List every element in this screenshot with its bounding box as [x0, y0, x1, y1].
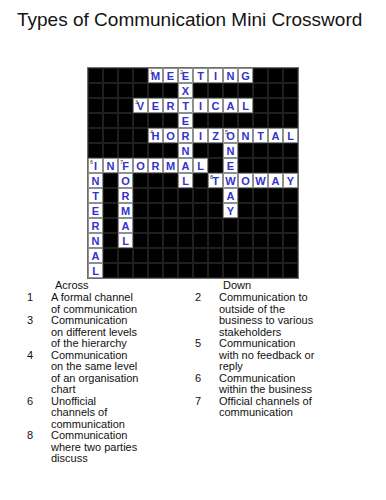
clue-list-number: 8: [27, 430, 51, 442]
cell-r8c5: [163, 188, 178, 203]
cell-r12c9: [223, 248, 238, 263]
cell-r3c7: [193, 113, 208, 128]
cell-r0c11: [253, 68, 268, 83]
cell-r2c4[interactable]: E: [148, 98, 163, 113]
across-clue-3: 3Communication on different levels of th…: [27, 315, 189, 350]
cell-r11c9: [223, 233, 238, 248]
cell-r0c12: [268, 68, 283, 83]
cell-r1c11: [253, 83, 268, 98]
cell-letter: A: [227, 100, 235, 113]
cell-letter: E: [167, 70, 174, 83]
cell-r4c0: [88, 128, 103, 143]
cell-r7c6[interactable]: L: [178, 173, 193, 188]
cell-letter: W: [255, 175, 265, 188]
cell-r10c8: [208, 218, 223, 233]
cell-r2c5[interactable]: R: [163, 98, 178, 113]
cell-r7c13[interactable]: Y: [283, 173, 298, 188]
cell-letter: N: [182, 145, 190, 158]
cell-letter: R: [122, 190, 130, 203]
cell-r6c7[interactable]: L: [193, 158, 208, 173]
cell-letter: X: [182, 85, 189, 98]
cell-r8c11: [253, 188, 268, 203]
cell-r4c1: [103, 128, 118, 143]
cell-r2c7[interactable]: I: [193, 98, 208, 113]
cell-r10c2[interactable]: A: [118, 218, 133, 233]
cell-r7c4: [148, 173, 163, 188]
cell-r9c11: [253, 203, 268, 218]
cell-r11c0[interactable]: N: [88, 233, 103, 248]
cell-letter: L: [287, 130, 294, 143]
cell-letter: O: [136, 160, 145, 173]
cell-letter: Y: [287, 175, 294, 188]
cell-r7c1: [103, 173, 118, 188]
cell-r13c7: [193, 263, 208, 278]
cell-r8c9[interactable]: A: [223, 188, 238, 203]
cell-letter: R: [92, 220, 100, 233]
cell-r0c10[interactable]: G: [238, 68, 253, 83]
cell-letter: A: [272, 130, 280, 143]
cell-letter: T: [197, 70, 204, 83]
cell-letter: R: [152, 160, 160, 173]
cell-r6c13: [283, 158, 298, 173]
cell-r1c6[interactable]: X: [178, 83, 193, 98]
cell-r5c8: [208, 143, 223, 158]
cell-r6c12: [268, 158, 283, 173]
cell-r1c5: [163, 83, 178, 98]
cell-r5c12: [268, 143, 283, 158]
cell-r8c12: [268, 188, 283, 203]
cell-r12c13: [283, 248, 298, 263]
cell-r1c1: [103, 83, 118, 98]
cell-letter: O: [241, 175, 250, 188]
cell-letter: O: [166, 130, 175, 143]
cell-r0c1: [103, 68, 118, 83]
cell-r2c0: [88, 98, 103, 113]
cell-r5c1: [103, 143, 118, 158]
clue-list-number: 7: [195, 396, 219, 408]
cell-r1c3: [133, 83, 148, 98]
cell-letter: N: [107, 160, 115, 173]
cell-letter: N: [227, 70, 235, 83]
cell-letter: F: [122, 160, 129, 173]
cell-r0c0: [88, 68, 103, 83]
cell-r5c11: [253, 143, 268, 158]
cell-r13c13: [283, 263, 298, 278]
cell-r3c3: [133, 113, 148, 128]
cell-r2c8[interactable]: C: [208, 98, 223, 113]
down-clue-6: 6Communication within the business: [195, 373, 373, 396]
cell-r10c6: [178, 218, 193, 233]
cell-letter: T: [182, 100, 189, 113]
cell-r5c6[interactable]: N: [178, 143, 193, 158]
clue-number: 7: [120, 159, 123, 165]
cell-letter: A: [92, 250, 100, 263]
cell-r6c5[interactable]: M: [163, 158, 178, 173]
cell-r9c7: [193, 203, 208, 218]
cell-r5c5: [163, 143, 178, 158]
clue-list-number: 6: [27, 396, 51, 408]
cell-r10c12: [268, 218, 283, 233]
cell-r0c9[interactable]: N: [223, 68, 238, 83]
cell-r10c1: [103, 218, 118, 233]
cell-r7c2[interactable]: O: [118, 173, 133, 188]
cell-r0c3: [133, 68, 148, 83]
cell-r12c2: [118, 248, 133, 263]
cell-r10c10: [238, 218, 253, 233]
cell-r12c0[interactable]: A: [88, 248, 103, 263]
cell-r11c13: [283, 233, 298, 248]
cell-r7c11[interactable]: W: [253, 173, 268, 188]
cell-r10c7: [193, 218, 208, 233]
cell-r8c0[interactable]: T: [88, 188, 103, 203]
cell-r1c8: [208, 83, 223, 98]
cell-r3c0: [88, 113, 103, 128]
across-clue-8: 8Communication where two parties discuss: [27, 430, 189, 465]
cell-r12c6: [178, 248, 193, 263]
cell-r1c2: [118, 83, 133, 98]
cell-r1c12: [268, 83, 283, 98]
cell-r7c12[interactable]: A: [268, 173, 283, 188]
cell-letter: L: [242, 100, 249, 113]
cell-r0c13: [283, 68, 298, 83]
cell-r4c8[interactable]: Z: [208, 128, 223, 143]
cell-r0c4[interactable]: 1M: [148, 68, 163, 83]
cell-r13c3: [133, 263, 148, 278]
cell-r6c1[interactable]: N: [103, 158, 118, 173]
cell-r9c2[interactable]: M: [118, 203, 133, 218]
cell-r8c6: [178, 188, 193, 203]
cell-r3c12: [268, 113, 283, 128]
cell-r9c5: [163, 203, 178, 218]
cell-letter: T: [257, 130, 264, 143]
cell-r3c1: [103, 113, 118, 128]
cell-letter: C: [212, 100, 220, 113]
cell-r8c1: [103, 188, 118, 203]
cell-letter: A: [182, 160, 190, 173]
clue-list-number: 6: [195, 373, 219, 385]
cell-r5c7: [193, 143, 208, 158]
cell-letter: I: [199, 100, 202, 113]
cell-r8c10: [238, 188, 253, 203]
clue-list-number: 5: [195, 338, 219, 350]
clue-number: 8: [210, 174, 213, 180]
cell-r9c6: [178, 203, 193, 218]
cell-r12c3: [133, 248, 148, 263]
cell-r12c1: [103, 248, 118, 263]
page-title: Types of Communication Mini Crossword: [17, 8, 362, 31]
cell-letter: R: [167, 100, 175, 113]
clue-list-number: 4: [27, 350, 51, 362]
cell-letter: E: [92, 205, 99, 218]
cell-r8c3: [133, 188, 148, 203]
cell-letter: M: [166, 160, 175, 173]
cell-r0c6[interactable]: 2E: [178, 68, 193, 83]
cell-r3c4: [148, 113, 163, 128]
cell-r6c9[interactable]: E: [223, 158, 238, 173]
cell-r9c9[interactable]: Y: [223, 203, 238, 218]
cell-r8c4: [148, 188, 163, 203]
cell-letter: Z: [212, 130, 219, 143]
cell-r5c4: [148, 143, 163, 158]
cell-r1c7: [193, 83, 208, 98]
cell-r11c6: [178, 233, 193, 248]
cell-r8c7: [193, 188, 208, 203]
down-header: Down: [223, 280, 373, 292]
across-clues: Across 1A formal channel of communicatio…: [27, 280, 189, 465]
cell-r2c9[interactable]: A: [223, 98, 238, 113]
cell-r6c3[interactable]: O: [133, 158, 148, 173]
cell-letter: L: [182, 175, 189, 188]
cell-r10c0[interactable]: R: [88, 218, 103, 233]
clue-number: 3: [135, 99, 138, 105]
cell-r0c8[interactable]: I: [208, 68, 223, 83]
cell-r0c2: [118, 68, 133, 83]
cell-r9c4: [148, 203, 163, 218]
cell-r11c3: [133, 233, 148, 248]
cell-letter: E: [152, 100, 159, 113]
cell-r7c9[interactable]: W: [223, 173, 238, 188]
cell-r9c12: [268, 203, 283, 218]
across-header: Across: [55, 280, 189, 292]
cell-r2c6[interactable]: T: [178, 98, 193, 113]
cell-r4c10[interactable]: N: [238, 128, 253, 143]
cell-r4c13[interactable]: L: [283, 128, 298, 143]
cell-letter: N: [92, 175, 100, 188]
cell-r3c11: [253, 113, 268, 128]
clue-number: 5: [225, 129, 228, 135]
across-clue-4: 4Communication on the same level of an o…: [27, 350, 189, 396]
cell-r12c12: [268, 248, 283, 263]
cell-r2c13: [283, 98, 298, 113]
cell-r9c13: [283, 203, 298, 218]
cell-r7c7: [193, 173, 208, 188]
cell-r1c10: [238, 83, 253, 98]
down-clue-7: 7Official channels of communication: [195, 396, 373, 419]
cell-r11c2[interactable]: L: [118, 233, 133, 248]
cell-r6c6[interactable]: A: [178, 158, 193, 173]
cell-letter: Y: [227, 205, 234, 218]
cell-r2c3[interactable]: 3V: [133, 98, 148, 113]
cell-r7c3: [133, 173, 148, 188]
cell-letter: I: [94, 160, 97, 173]
clue-list-text: Official channels of communication: [219, 396, 373, 419]
cell-r6c0[interactable]: 6I: [88, 158, 103, 173]
clue-list-text: Communication on the same level of an or…: [51, 350, 189, 396]
cell-r3c9: [223, 113, 238, 128]
cell-r4c4[interactable]: 4H: [148, 128, 163, 143]
cell-letter: L: [197, 160, 204, 173]
cell-letter: G: [241, 70, 250, 83]
cell-r6c4[interactable]: R: [148, 158, 163, 173]
cell-letter: N: [92, 235, 100, 248]
cell-letter: I: [199, 130, 202, 143]
cell-r13c4: [148, 263, 163, 278]
cell-r2c12: [268, 98, 283, 113]
cell-letter: I: [214, 70, 217, 83]
cell-r3c6[interactable]: E: [178, 113, 193, 128]
clue-list-number: 3: [27, 315, 51, 327]
cell-r11c10: [238, 233, 253, 248]
clue-list-text: Unofficial channels of communication: [51, 396, 189, 431]
cell-r2c2: [118, 98, 133, 113]
cell-r3c5: [163, 113, 178, 128]
cell-r8c2[interactable]: R: [118, 188, 133, 203]
cell-r7c0[interactable]: N: [88, 173, 103, 188]
cell-letter: W: [225, 175, 235, 188]
crossword-board: 1ME2ETINGX3VERTICALE4HORIZ5ONTALNN6IN7FO…: [87, 67, 299, 279]
cell-r8c13: [283, 188, 298, 203]
cell-r13c0[interactable]: L: [88, 263, 103, 278]
cell-r11c12: [268, 233, 283, 248]
cell-r13c2: [118, 263, 133, 278]
cell-r10c4: [148, 218, 163, 233]
clue-list-text: Communication on different levels of the…: [51, 315, 189, 350]
cell-r3c2: [118, 113, 133, 128]
down-clue-5: 5Communication with no feedback or reply: [195, 338, 373, 373]
clue-list-number: 2: [195, 292, 219, 304]
cell-r13c8: [208, 263, 223, 278]
cell-letter: L: [92, 265, 99, 278]
cell-letter: N: [227, 145, 235, 158]
cell-r0c5[interactable]: E: [163, 68, 178, 83]
cell-r11c8: [208, 233, 223, 248]
cell-r0c7[interactable]: T: [193, 68, 208, 83]
cell-r9c0[interactable]: E: [88, 203, 103, 218]
down-clue-2: 2Communication to outside of the busines…: [195, 292, 373, 338]
cell-r6c2[interactable]: 7F: [118, 158, 133, 173]
cell-r13c5: [163, 263, 178, 278]
down-clue-list: 2Communication to outside of the busines…: [195, 292, 373, 419]
cell-letter: A: [272, 175, 280, 188]
cell-r3c13: [283, 113, 298, 128]
cell-r1c13: [283, 83, 298, 98]
cell-r13c12: [268, 263, 283, 278]
down-clues: Down 2Communication to outside of the bu…: [195, 280, 373, 419]
cell-r13c10: [238, 263, 253, 278]
cell-r4c12[interactable]: A: [268, 128, 283, 143]
cell-r3c8: [208, 113, 223, 128]
cell-r12c11: [253, 248, 268, 263]
cell-r2c1: [103, 98, 118, 113]
cell-r2c11: [253, 98, 268, 113]
cell-r9c10: [238, 203, 253, 218]
cell-r7c10[interactable]: O: [238, 173, 253, 188]
cell-r4c7[interactable]: I: [193, 128, 208, 143]
clue-number: 1: [150, 69, 153, 75]
clue-number: 4: [150, 129, 153, 135]
cell-letter: O: [121, 175, 130, 188]
cell-r3c10: [238, 113, 253, 128]
cell-r8c8: [208, 188, 223, 203]
cell-r5c0: [88, 143, 103, 158]
cell-r4c2: [118, 128, 133, 143]
cell-r5c13: [283, 143, 298, 158]
cell-r6c11: [253, 158, 268, 173]
clue-number: 2: [180, 69, 183, 75]
cell-r10c11: [253, 218, 268, 233]
clue-list-text: Communication within the business: [219, 373, 373, 396]
cell-r12c10: [238, 248, 253, 263]
cell-r11c5: [163, 233, 178, 248]
cell-r5c2: [118, 143, 133, 158]
clue-list-text: Communication to outside of the business…: [219, 292, 373, 338]
cell-r9c1: [103, 203, 118, 218]
cell-r5c9[interactable]: N: [223, 143, 238, 158]
cell-r12c7: [193, 248, 208, 263]
clue-list-number: 1: [27, 292, 51, 304]
cell-letter: A: [122, 220, 130, 233]
cell-r10c3: [133, 218, 148, 233]
cell-r10c13: [283, 218, 298, 233]
cell-letter: E: [227, 160, 234, 173]
cell-r10c9: [223, 218, 238, 233]
cell-r12c8: [208, 248, 223, 263]
cell-letter: E: [182, 115, 189, 128]
cell-letter: N: [242, 130, 250, 143]
cell-r12c4: [148, 248, 163, 263]
clue-number: 6: [90, 159, 93, 165]
cell-r6c8: [208, 158, 223, 173]
cell-r13c1: [103, 263, 118, 278]
cell-letter: A: [227, 190, 235, 203]
cell-letter: M: [121, 205, 130, 218]
cell-r2c10[interactable]: L: [238, 98, 253, 113]
cell-r11c11: [253, 233, 268, 248]
cell-r10c5: [163, 218, 178, 233]
across-clue-list: 1A formal channel of communication3Commu…: [27, 292, 189, 465]
cell-r7c5: [163, 173, 178, 188]
cell-r4c11[interactable]: T: [253, 128, 268, 143]
cell-r9c3: [133, 203, 148, 218]
clue-list-text: A formal channel of communication: [51, 292, 189, 315]
cell-r4c5[interactable]: O: [163, 128, 178, 143]
across-clue-1: 1A formal channel of communication: [27, 292, 189, 315]
cell-letter: L: [122, 235, 129, 248]
cell-r7c8[interactable]: 8T: [208, 173, 223, 188]
cell-r1c0: [88, 83, 103, 98]
cell-letter: T: [212, 175, 219, 188]
cell-r4c9[interactable]: 5O: [223, 128, 238, 143]
cell-r13c6: [178, 263, 193, 278]
cell-r11c7: [193, 233, 208, 248]
cell-letter: T: [92, 190, 99, 203]
across-clue-6: 6Unofficial channels of communication: [27, 396, 189, 431]
cell-r1c9: [223, 83, 238, 98]
cell-r12c5: [163, 248, 178, 263]
cell-r11c4: [148, 233, 163, 248]
cell-r11c1: [103, 233, 118, 248]
cell-r5c3: [133, 143, 148, 158]
cell-r4c3: [133, 128, 148, 143]
clue-list-text: Communication where two parties discuss: [51, 430, 189, 465]
cell-r13c9: [223, 263, 238, 278]
cell-r4c6[interactable]: R: [178, 128, 193, 143]
cell-r9c8: [208, 203, 223, 218]
cell-r1c4: [148, 83, 163, 98]
clue-list-text: Communication with no feedback or reply: [219, 338, 373, 373]
cell-r6c10: [238, 158, 253, 173]
cell-r5c10: [238, 143, 253, 158]
cell-r13c11: [253, 263, 268, 278]
cell-letter: R: [182, 130, 190, 143]
